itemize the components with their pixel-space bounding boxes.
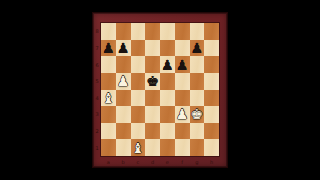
file-label-g: g (190, 156, 205, 167)
black-pawn: ♟ (102, 40, 115, 54)
square-f6[interactable]: ♟ (175, 56, 190, 73)
square-f1[interactable] (175, 139, 190, 156)
file-label-d: d (145, 156, 160, 167)
rank-label-6: 6 (93, 56, 101, 73)
file-labels: abcdefgh (101, 156, 219, 167)
square-a8[interactable] (101, 23, 116, 40)
black-pawn: ♟ (191, 40, 204, 54)
square-b8[interactable] (116, 23, 131, 40)
square-e4[interactable] (160, 90, 175, 107)
square-a4[interactable]: ♝ (101, 90, 116, 107)
square-c6[interactable] (131, 56, 146, 73)
square-g7[interactable]: ♟ (190, 40, 205, 57)
square-e2[interactable] (160, 123, 175, 140)
square-c7[interactable] (131, 40, 146, 57)
square-h7[interactable] (204, 40, 219, 57)
white-bishop: ♝ (132, 140, 145, 154)
file-label-f: f (175, 156, 190, 167)
square-e8[interactable] (160, 23, 175, 40)
square-f3[interactable]: ♟ (175, 106, 190, 123)
square-e6[interactable]: ♟ (160, 56, 175, 73)
square-d6[interactable] (145, 56, 160, 73)
square-h2[interactable] (204, 123, 219, 140)
square-g3[interactable]: ♚ (190, 106, 205, 123)
square-g6[interactable] (190, 56, 205, 73)
square-d7[interactable] (145, 40, 160, 57)
square-d3[interactable] (145, 106, 160, 123)
file-label-a: a (101, 156, 116, 167)
square-g8[interactable] (190, 23, 205, 40)
square-d4[interactable] (145, 90, 160, 107)
square-f8[interactable] (175, 23, 190, 40)
rank-label-7: 7 (93, 40, 101, 57)
square-e5[interactable] (160, 73, 175, 90)
rank-label-5: 5 (93, 73, 101, 90)
rank-label-3: 3 (93, 106, 101, 123)
square-a6[interactable] (101, 56, 116, 73)
rank-label-2: 2 (93, 123, 101, 140)
rank-label-4: 4 (93, 90, 101, 107)
square-e3[interactable] (160, 106, 175, 123)
square-f7[interactable] (175, 40, 190, 57)
square-g4[interactable] (190, 90, 205, 107)
white-king: ♚ (191, 107, 204, 121)
square-h6[interactable] (204, 56, 219, 73)
square-b4[interactable] (116, 90, 131, 107)
black-pawn: ♟ (176, 57, 189, 71)
square-a3[interactable] (101, 106, 116, 123)
white-pawn: ♟ (117, 74, 130, 88)
chess-board: ♟♟♟♟♟♟♚♝♟♚♝ (101, 23, 219, 156)
square-c1[interactable]: ♝ (131, 139, 146, 156)
square-f4[interactable] (175, 90, 190, 107)
rank-labels: 87654321 (93, 23, 101, 156)
square-b6[interactable] (116, 56, 131, 73)
square-b1[interactable] (116, 139, 131, 156)
square-c4[interactable] (131, 90, 146, 107)
square-e7[interactable] (160, 40, 175, 57)
square-e1[interactable] (160, 139, 175, 156)
square-c8[interactable] (131, 23, 146, 40)
square-d2[interactable] (145, 123, 160, 140)
square-b7[interactable]: ♟ (116, 40, 131, 57)
square-h1[interactable] (204, 139, 219, 156)
rank-label-8: 8 (93, 23, 101, 40)
square-b2[interactable] (116, 123, 131, 140)
square-g1[interactable] (190, 139, 205, 156)
square-h5[interactable] (204, 73, 219, 90)
letterbox-background: 87654321 abcdefgh ♟♟♟♟♟♟♚♝♟♚♝ (0, 0, 320, 180)
square-d1[interactable] (145, 139, 160, 156)
square-h4[interactable] (204, 90, 219, 107)
square-g5[interactable] (190, 73, 205, 90)
black-pawn: ♟ (117, 40, 130, 54)
black-king: ♚ (146, 74, 159, 88)
square-a1[interactable] (101, 139, 116, 156)
file-label-b: b (116, 156, 131, 167)
square-a2[interactable] (101, 123, 116, 140)
square-b3[interactable] (116, 106, 131, 123)
square-f2[interactable] (175, 123, 190, 140)
square-h8[interactable] (204, 23, 219, 40)
file-label-h: h (204, 156, 219, 167)
black-pawn: ♟ (161, 57, 174, 71)
square-c2[interactable] (131, 123, 146, 140)
white-bishop: ♝ (102, 90, 115, 104)
file-label-e: e (160, 156, 175, 167)
rank-label-1: 1 (93, 139, 101, 156)
square-b5[interactable]: ♟ (116, 73, 131, 90)
square-c3[interactable] (131, 106, 146, 123)
file-label-c: c (131, 156, 146, 167)
chess-board-frame: 87654321 abcdefgh ♟♟♟♟♟♟♚♝♟♚♝ (92, 12, 228, 168)
square-f5[interactable] (175, 73, 190, 90)
square-c5[interactable] (131, 73, 146, 90)
square-a7[interactable]: ♟ (101, 40, 116, 57)
white-pawn: ♟ (176, 107, 189, 121)
square-d8[interactable] (145, 23, 160, 40)
square-d5[interactable]: ♚ (145, 73, 160, 90)
square-a5[interactable] (101, 73, 116, 90)
square-g2[interactable] (190, 123, 205, 140)
square-h3[interactable] (204, 106, 219, 123)
